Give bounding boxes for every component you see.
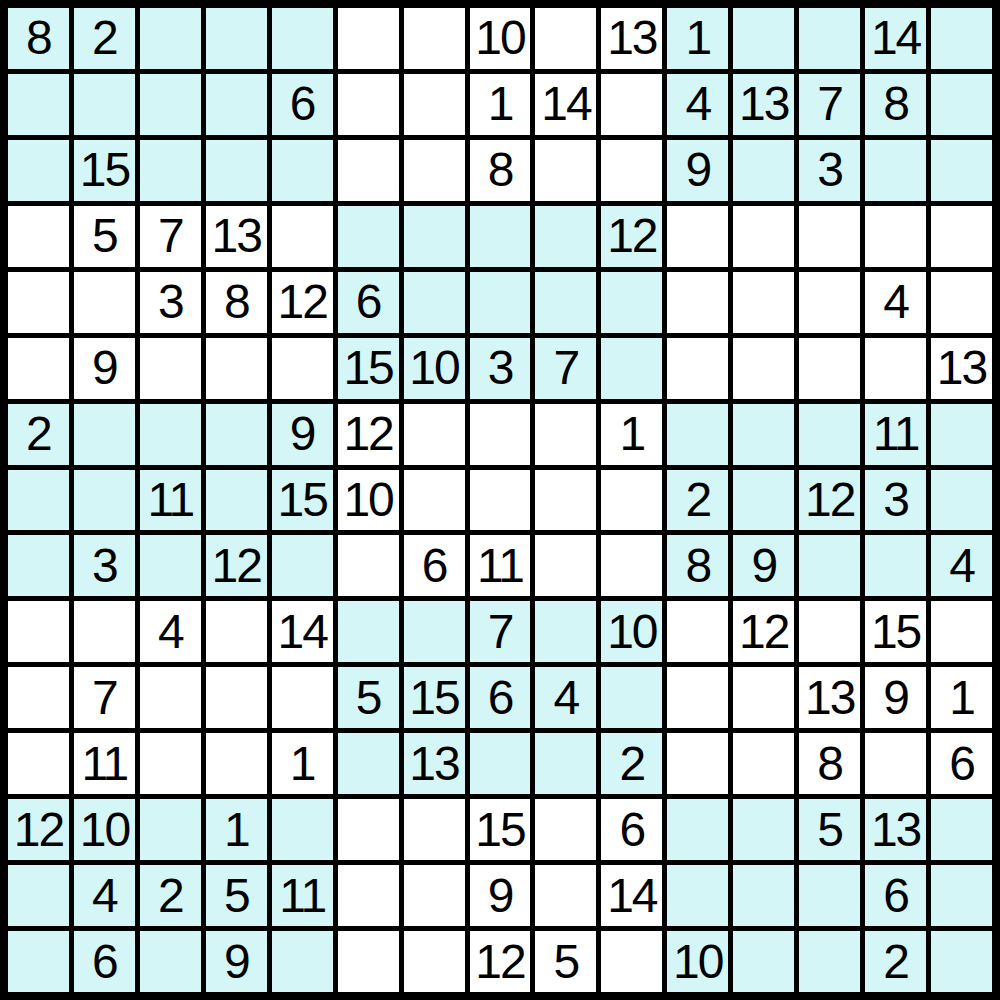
cell-r8c1[interactable] [8, 470, 69, 531]
cell-r15c8[interactable]: 12 [470, 931, 531, 992]
cell-r12c10[interactable]: 2 [601, 733, 662, 794]
cell-r13c11[interactable] [667, 799, 728, 860]
cell-r11c15[interactable]: 1 [931, 667, 992, 728]
cell-r6c4[interactable] [206, 338, 267, 399]
cell-r13c6[interactable] [338, 799, 399, 860]
cell-r6c11[interactable] [667, 338, 728, 399]
cell-r10c2[interactable] [74, 601, 135, 662]
cell-r9c13[interactable] [799, 535, 860, 596]
cell-r4c9[interactable] [535, 206, 596, 267]
cell-r1c12[interactable] [733, 8, 794, 69]
cell-r12c4[interactable] [206, 733, 267, 794]
cell-r10c8[interactable]: 7 [470, 601, 531, 662]
cell-r14c10[interactable]: 14 [601, 865, 662, 926]
cell-r5c11[interactable] [667, 272, 728, 333]
cell-r5c6[interactable]: 6 [338, 272, 399, 333]
cell-r13c2[interactable]: 10 [74, 799, 135, 860]
cell-r15c6[interactable] [338, 931, 399, 992]
cell-r3c8[interactable]: 8 [470, 140, 531, 201]
cell-r6c15[interactable]: 13 [931, 338, 992, 399]
cell-r5c9[interactable] [535, 272, 596, 333]
cell-r12c9[interactable] [535, 733, 596, 794]
cell-r7c10[interactable]: 1 [601, 404, 662, 465]
cell-r4c8[interactable] [470, 206, 531, 267]
cell-r1c14[interactable]: 14 [865, 8, 926, 69]
cell-r6c14[interactable] [865, 338, 926, 399]
cell-r11c13[interactable]: 13 [799, 667, 860, 728]
cell-r12c2[interactable]: 11 [74, 733, 135, 794]
cell-r9c12[interactable]: 9 [733, 535, 794, 596]
cell-r9c7[interactable]: 6 [404, 535, 465, 596]
cell-r7c13[interactable] [799, 404, 860, 465]
cell-r9c4[interactable]: 12 [206, 535, 267, 596]
cell-r15c3[interactable] [140, 931, 201, 992]
cell-r9c8[interactable]: 11 [470, 535, 531, 596]
cell-r5c12[interactable] [733, 272, 794, 333]
cell-r2c10[interactable] [601, 74, 662, 135]
cell-r4c7[interactable] [404, 206, 465, 267]
cell-r11c10[interactable] [601, 667, 662, 728]
cell-r15c4[interactable]: 9 [206, 931, 267, 992]
cell-r1c11[interactable]: 1 [667, 8, 728, 69]
cell-r5c14[interactable]: 4 [865, 272, 926, 333]
cell-r3c2[interactable]: 15 [74, 140, 135, 201]
cell-r14c3[interactable]: 2 [140, 865, 201, 926]
cell-r8c13[interactable]: 12 [799, 470, 860, 531]
cell-r11c11[interactable] [667, 667, 728, 728]
cell-r6c3[interactable] [140, 338, 201, 399]
cell-r6c2[interactable]: 9 [74, 338, 135, 399]
cell-r15c1[interactable] [8, 931, 69, 992]
cell-r4c6[interactable] [338, 206, 399, 267]
cell-r3c15[interactable] [931, 140, 992, 201]
cell-r7c5[interactable]: 9 [272, 404, 333, 465]
cell-r12c1[interactable] [8, 733, 69, 794]
cell-r13c12[interactable] [733, 799, 794, 860]
cell-r1c3[interactable] [140, 8, 201, 69]
cell-r14c1[interactable] [8, 865, 69, 926]
sudoku-board: 8210131146114413781589357131238126491510… [0, 0, 1000, 1000]
cell-r10c10[interactable]: 10 [601, 601, 662, 662]
cell-r2c11[interactable]: 4 [667, 74, 728, 135]
cell-r8c3[interactable]: 11 [140, 470, 201, 531]
cell-r6c6[interactable]: 15 [338, 338, 399, 399]
cell-r1c8[interactable]: 10 [470, 8, 531, 69]
cell-r2c13[interactable]: 7 [799, 74, 860, 135]
cell-r7c14[interactable]: 11 [865, 404, 926, 465]
cell-r8c9[interactable] [535, 470, 596, 531]
cell-r10c3[interactable]: 4 [140, 601, 201, 662]
cell-r11c6[interactable]: 5 [338, 667, 399, 728]
cell-r11c14[interactable]: 9 [865, 667, 926, 728]
cell-r14c6[interactable] [338, 865, 399, 926]
cell-r14c5[interactable]: 11 [272, 865, 333, 926]
cell-r15c13[interactable] [799, 931, 860, 992]
cell-r9c11[interactable]: 8 [667, 535, 728, 596]
cell-r15c12[interactable] [733, 931, 794, 992]
cell-r1c9[interactable] [535, 8, 596, 69]
cell-r13c13[interactable]: 5 [799, 799, 860, 860]
cell-r2c1[interactable] [8, 74, 69, 135]
cell-r5c3[interactable]: 3 [140, 272, 201, 333]
cell-r6c12[interactable] [733, 338, 794, 399]
cell-r12c8[interactable] [470, 733, 531, 794]
cell-r3c10[interactable] [601, 140, 662, 201]
cell-r13c9[interactable] [535, 799, 596, 860]
cell-r14c7[interactable] [404, 865, 465, 926]
cell-r14c9[interactable] [535, 865, 596, 926]
cell-r12c13[interactable]: 8 [799, 733, 860, 794]
cell-r3c9[interactable] [535, 140, 596, 201]
cell-r2c4[interactable] [206, 74, 267, 135]
cell-r14c2[interactable]: 4 [74, 865, 135, 926]
cell-r13c3[interactable] [140, 799, 201, 860]
cell-r4c1[interactable] [8, 206, 69, 267]
cell-r10c7[interactable] [404, 601, 465, 662]
cell-r15c11[interactable]: 10 [667, 931, 728, 992]
cell-r9c3[interactable] [140, 535, 201, 596]
cell-r8c15[interactable] [931, 470, 992, 531]
cell-r13c1[interactable]: 12 [8, 799, 69, 860]
cell-r12c12[interactable] [733, 733, 794, 794]
cell-r7c6[interactable]: 12 [338, 404, 399, 465]
cell-r9c2[interactable]: 3 [74, 535, 135, 596]
cell-r4c10[interactable]: 12 [601, 206, 662, 267]
cell-r14c15[interactable] [931, 865, 992, 926]
cell-r15c15[interactable] [931, 931, 992, 992]
cell-r8c5[interactable]: 15 [272, 470, 333, 531]
cell-r13c8[interactable]: 15 [470, 799, 531, 860]
cell-r1c2[interactable]: 2 [74, 8, 135, 69]
cell-r1c1[interactable]: 8 [8, 8, 69, 69]
cell-r2c8[interactable]: 1 [470, 74, 531, 135]
cell-r1c13[interactable] [799, 8, 860, 69]
cell-r4c3[interactable]: 7 [140, 206, 201, 267]
cell-r1c7[interactable] [404, 8, 465, 69]
cell-r4c4[interactable]: 13 [206, 206, 267, 267]
cell-r1c6[interactable] [338, 8, 399, 69]
cell-r2c7[interactable] [404, 74, 465, 135]
cell-r2c5[interactable]: 6 [272, 74, 333, 135]
cell-r8c12[interactable] [733, 470, 794, 531]
cell-r7c9[interactable] [535, 404, 596, 465]
cell-r5c4[interactable]: 8 [206, 272, 267, 333]
cell-r15c10[interactable] [601, 931, 662, 992]
cell-r7c11[interactable] [667, 404, 728, 465]
cell-r4c13[interactable] [799, 206, 860, 267]
cell-r3c6[interactable] [338, 140, 399, 201]
cell-r6c7[interactable]: 10 [404, 338, 465, 399]
cell-r13c7[interactable] [404, 799, 465, 860]
cell-r2c12[interactable]: 13 [733, 74, 794, 135]
cell-r7c12[interactable] [733, 404, 794, 465]
cell-r6c13[interactable] [799, 338, 860, 399]
cell-r3c1[interactable] [8, 140, 69, 201]
cell-r14c11[interactable] [667, 865, 728, 926]
cell-r4c14[interactable] [865, 206, 926, 267]
cell-r1c10[interactable]: 13 [601, 8, 662, 69]
cell-r10c13[interactable] [799, 601, 860, 662]
cell-r12c6[interactable] [338, 733, 399, 794]
cell-r11c3[interactable] [140, 667, 201, 728]
cell-r2c14[interactable]: 8 [865, 74, 926, 135]
cell-r5c15[interactable] [931, 272, 992, 333]
cell-r2c9[interactable]: 14 [535, 74, 596, 135]
cell-r8c4[interactable] [206, 470, 267, 531]
cell-r15c5[interactable] [272, 931, 333, 992]
cell-r9c10[interactable] [601, 535, 662, 596]
cell-r9c9[interactable] [535, 535, 596, 596]
cell-r12c3[interactable] [140, 733, 201, 794]
cell-r1c5[interactable] [272, 8, 333, 69]
cell-r3c5[interactable] [272, 140, 333, 201]
cell-r4c15[interactable] [931, 206, 992, 267]
cell-r13c5[interactable] [272, 799, 333, 860]
cell-r8c8[interactable] [470, 470, 531, 531]
cell-r3c4[interactable] [206, 140, 267, 201]
cell-r14c8[interactable]: 9 [470, 865, 531, 926]
cell-r14c12[interactable] [733, 865, 794, 926]
cell-r12c11[interactable] [667, 733, 728, 794]
cell-r9c15[interactable]: 4 [931, 535, 992, 596]
cell-r11c7[interactable]: 15 [404, 667, 465, 728]
cell-r9c6[interactable] [338, 535, 399, 596]
cell-r11c5[interactable] [272, 667, 333, 728]
cell-r14c4[interactable]: 5 [206, 865, 267, 926]
cell-r6c8[interactable]: 3 [470, 338, 531, 399]
cell-r5c10[interactable] [601, 272, 662, 333]
cell-r5c13[interactable] [799, 272, 860, 333]
cell-r5c1[interactable] [8, 272, 69, 333]
cell-r7c1[interactable]: 2 [8, 404, 69, 465]
cell-r10c4[interactable] [206, 601, 267, 662]
cell-r10c5[interactable]: 14 [272, 601, 333, 662]
cell-r13c15[interactable] [931, 799, 992, 860]
cell-r13c14[interactable]: 13 [865, 799, 926, 860]
cell-r4c5[interactable] [272, 206, 333, 267]
cell-r11c9[interactable]: 4 [535, 667, 596, 728]
cell-r2c15[interactable] [931, 74, 992, 135]
cell-r4c12[interactable] [733, 206, 794, 267]
cell-r11c2[interactable]: 7 [74, 667, 135, 728]
cell-r8c7[interactable] [404, 470, 465, 531]
cell-r3c14[interactable] [865, 140, 926, 201]
cell-r3c11[interactable]: 9 [667, 140, 728, 201]
cell-r12c5[interactable]: 1 [272, 733, 333, 794]
cell-r5c2[interactable] [74, 272, 135, 333]
cell-r7c2[interactable] [74, 404, 135, 465]
cell-r12c15[interactable]: 6 [931, 733, 992, 794]
cell-r11c4[interactable] [206, 667, 267, 728]
cell-r6c10[interactable] [601, 338, 662, 399]
cell-r5c5[interactable]: 12 [272, 272, 333, 333]
cell-r14c14[interactable]: 6 [865, 865, 926, 926]
cell-r9c1[interactable] [8, 535, 69, 596]
cell-r8c2[interactable] [74, 470, 135, 531]
cell-r7c15[interactable] [931, 404, 992, 465]
cell-r3c3[interactable] [140, 140, 201, 201]
cell-r8c14[interactable]: 3 [865, 470, 926, 531]
cell-r15c14[interactable]: 2 [865, 931, 926, 992]
cell-r7c4[interactable] [206, 404, 267, 465]
cell-r1c4[interactable] [206, 8, 267, 69]
cell-r15c7[interactable] [404, 931, 465, 992]
cell-r7c3[interactable] [140, 404, 201, 465]
cell-r6c1[interactable] [8, 338, 69, 399]
cell-r2c6[interactable] [338, 74, 399, 135]
cell-r11c12[interactable] [733, 667, 794, 728]
cell-r7c7[interactable] [404, 404, 465, 465]
cell-r15c9[interactable]: 5 [535, 931, 596, 992]
cell-r3c13[interactable]: 3 [799, 140, 860, 201]
cell-r2c2[interactable] [74, 74, 135, 135]
cell-r8c10[interactable] [601, 470, 662, 531]
cell-r13c10[interactable]: 6 [601, 799, 662, 860]
cell-r14c13[interactable] [799, 865, 860, 926]
cell-r2c3[interactable] [140, 74, 201, 135]
cell-r4c2[interactable]: 5 [74, 206, 135, 267]
cell-r1c15[interactable] [931, 8, 992, 69]
cell-r8c6[interactable]: 10 [338, 470, 399, 531]
cell-r12c7[interactable]: 13 [404, 733, 465, 794]
cell-r10c9[interactable] [535, 601, 596, 662]
cell-r10c15[interactable] [931, 601, 992, 662]
cell-r11c8[interactable]: 6 [470, 667, 531, 728]
cell-r10c11[interactable] [667, 601, 728, 662]
cell-r15c2[interactable]: 6 [74, 931, 135, 992]
cell-r9c14[interactable] [865, 535, 926, 596]
cell-r10c14[interactable]: 15 [865, 601, 926, 662]
cell-r7c8[interactable] [470, 404, 531, 465]
cell-r10c12[interactable]: 12 [733, 601, 794, 662]
cell-r4c11[interactable] [667, 206, 728, 267]
cell-r6c5[interactable] [272, 338, 333, 399]
cell-r10c1[interactable] [8, 601, 69, 662]
cell-r3c12[interactable] [733, 140, 794, 201]
cell-r10c6[interactable] [338, 601, 399, 662]
cell-r3c7[interactable] [404, 140, 465, 201]
cell-r8c11[interactable]: 2 [667, 470, 728, 531]
cell-r5c8[interactable] [470, 272, 531, 333]
cell-r13c4[interactable]: 1 [206, 799, 267, 860]
cell-r6c9[interactable]: 7 [535, 338, 596, 399]
cell-r5c7[interactable] [404, 272, 465, 333]
cell-r9c5[interactable] [272, 535, 333, 596]
cell-r12c14[interactable] [865, 733, 926, 794]
cell-r11c1[interactable] [8, 667, 69, 728]
